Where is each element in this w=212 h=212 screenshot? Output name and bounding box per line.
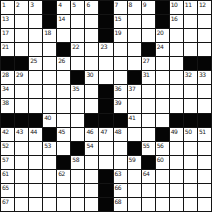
clue-number: 31 <box>143 71 150 78</box>
grid-cell[interactable] <box>85 57 98 70</box>
grid-cell[interactable]: 20 <box>156 29 169 42</box>
grid-cell[interactable] <box>170 156 183 169</box>
grid-cell[interactable]: 60 <box>156 156 169 169</box>
clue-number: 28 <box>2 71 9 78</box>
grid-cell[interactable]: 54 <box>85 142 98 155</box>
black-cell <box>71 71 84 84</box>
grid-cell[interactable] <box>198 99 211 112</box>
grid-cell[interactable] <box>128 128 141 141</box>
grid-cell[interactable] <box>15 198 28 211</box>
grid-cell[interactable] <box>29 142 42 155</box>
clue-number: 32 <box>185 71 192 78</box>
grid-cell[interactable] <box>29 99 42 112</box>
black-cell <box>184 57 197 70</box>
grid-cell[interactable]: 24 <box>156 43 169 56</box>
grid-cell[interactable] <box>43 198 56 211</box>
grid-cell[interactable]: 39 <box>114 99 127 112</box>
clue-number: 14 <box>58 15 65 22</box>
grid-cell[interactable] <box>15 156 28 169</box>
grid-cell[interactable] <box>57 142 70 155</box>
grid-cell[interactable] <box>71 99 84 112</box>
grid-cell[interactable]: 61 <box>1 170 14 183</box>
clue-number: 7 <box>115 1 118 8</box>
black-cell <box>57 43 70 56</box>
grid-cell[interactable] <box>15 99 28 112</box>
grid-cell[interactable] <box>184 142 197 155</box>
black-cell <box>43 128 56 141</box>
grid-cell[interactable]: 47 <box>99 128 112 141</box>
grid-cell[interactable] <box>142 184 155 197</box>
grid-cell[interactable] <box>57 114 70 127</box>
grid-cell[interactable] <box>198 29 211 42</box>
clue-number: 10 <box>171 1 178 8</box>
grid-cell[interactable]: 14 <box>57 15 70 28</box>
grid-cell[interactable]: 31 <box>142 71 155 84</box>
grid-cell[interactable] <box>142 198 155 211</box>
grid-cell[interactable] <box>156 57 169 70</box>
clue-number: 26 <box>58 57 65 64</box>
clue-number: 56 <box>157 142 164 149</box>
clue-number: 39 <box>115 99 122 106</box>
grid-cell[interactable] <box>43 43 56 56</box>
grid-cell[interactable] <box>57 85 70 98</box>
clue-number: 68 <box>115 198 122 205</box>
black-cell <box>198 57 211 70</box>
grid-cell[interactable]: 15 <box>114 15 127 28</box>
clue-number: 25 <box>30 57 37 64</box>
clue-number: 5 <box>72 1 75 8</box>
clue-number: 15 <box>115 15 122 22</box>
grid-cell[interactable] <box>43 170 56 183</box>
clue-number: 20 <box>157 29 164 36</box>
grid-cell[interactable]: 57 <box>1 156 14 169</box>
black-cell <box>156 128 169 141</box>
clue-number: 13 <box>2 15 9 22</box>
grid-cell[interactable] <box>170 99 183 112</box>
grid-cell[interactable] <box>198 184 211 197</box>
grid-cell[interactable]: 21 <box>1 43 14 56</box>
grid-cell[interactable] <box>170 29 183 42</box>
grid-cell[interactable] <box>29 85 42 98</box>
grid-cell[interactable]: 50 <box>184 128 197 141</box>
grid-cell[interactable] <box>43 85 56 98</box>
grid-cell[interactable] <box>57 184 70 197</box>
grid-cell[interactable]: 55 <box>142 142 155 155</box>
grid-cell[interactable] <box>29 29 42 42</box>
clue-number: 9 <box>143 1 146 8</box>
grid-cell[interactable]: 62 <box>57 170 70 183</box>
grid-cell[interactable] <box>43 71 56 84</box>
clue-number: 43 <box>16 128 23 135</box>
clue-number: 23 <box>100 43 107 50</box>
clue-number: 35 <box>72 85 79 92</box>
grid-cell[interactable] <box>71 198 84 211</box>
grid-cell[interactable]: 37 <box>128 85 141 98</box>
grid-cell[interactable] <box>85 170 98 183</box>
grid-cell[interactable] <box>114 43 127 56</box>
grid-cell[interactable] <box>198 43 211 56</box>
clue-number: 62 <box>58 170 65 177</box>
clue-number: 61 <box>2 170 9 177</box>
black-cell <box>99 114 112 127</box>
black-cell <box>43 1 56 14</box>
clue-number: 24 <box>157 43 164 50</box>
black-cell <box>29 114 42 127</box>
clue-number: 59 <box>129 156 136 163</box>
grid-cell[interactable]: 64 <box>142 170 155 183</box>
grid-cell[interactable]: 43 <box>15 128 28 141</box>
grid-cell[interactable] <box>142 114 155 127</box>
clue-number: 40 <box>44 114 51 121</box>
grid-cell[interactable]: 34 <box>1 85 14 98</box>
grid-cell[interactable] <box>29 15 42 28</box>
grid-cell[interactable]: 49 <box>170 128 183 141</box>
grid-cell[interactable] <box>29 71 42 84</box>
grid-cell[interactable] <box>198 15 211 28</box>
grid-cell[interactable] <box>15 29 28 42</box>
clue-number: 36 <box>115 85 122 92</box>
grid-cell[interactable] <box>184 15 197 28</box>
black-cell <box>184 114 197 127</box>
grid-cell[interactable]: 10 <box>170 1 183 14</box>
grid-cell[interactable] <box>128 43 141 56</box>
grid-cell[interactable]: 3 <box>29 1 42 14</box>
grid-cell[interactable]: 35 <box>71 85 84 98</box>
grid-cell[interactable] <box>114 57 127 70</box>
grid-cell[interactable] <box>15 142 28 155</box>
grid-cell[interactable] <box>114 142 127 155</box>
grid-cell[interactable] <box>85 29 98 42</box>
grid-cell[interactable] <box>198 198 211 211</box>
black-cell <box>128 142 141 155</box>
grid-cell[interactable]: 58 <box>71 156 84 169</box>
grid-cell[interactable] <box>142 128 155 141</box>
clue-number: 46 <box>86 128 93 135</box>
clue-number: 22 <box>72 43 79 50</box>
grid-cell[interactable] <box>15 15 28 28</box>
grid-cell[interactable]: 1 <box>1 1 14 14</box>
grid-cell[interactable] <box>156 114 169 127</box>
grid-cell[interactable] <box>29 198 42 211</box>
grid-cell[interactable]: 23 <box>99 43 112 56</box>
grid-cell[interactable] <box>57 71 70 84</box>
grid-cell[interactable] <box>43 57 56 70</box>
clue-number: 65 <box>2 184 9 191</box>
grid-cell[interactable] <box>170 198 183 211</box>
black-cell <box>99 184 112 197</box>
grid-cell[interactable] <box>29 43 42 56</box>
grid-cell[interactable] <box>57 198 70 211</box>
clue-number: 38 <box>2 99 9 106</box>
grid-cell[interactable] <box>99 142 112 155</box>
grid-cell[interactable] <box>57 29 70 42</box>
grid-cell[interactable] <box>128 99 141 112</box>
grid-cell[interactable] <box>184 85 197 98</box>
grid-cell[interactable]: 33 <box>198 71 211 84</box>
black-cell <box>43 15 56 28</box>
grid-cell[interactable] <box>29 184 42 197</box>
black-cell <box>99 15 112 28</box>
clue-number: 2 <box>16 1 19 8</box>
black-cell <box>128 71 141 84</box>
clue-number: 47 <box>100 128 107 135</box>
grid-cell[interactable]: 40 <box>43 114 56 127</box>
grid-cell[interactable] <box>198 170 211 183</box>
grid-cell[interactable]: 59 <box>128 156 141 169</box>
grid-cell[interactable] <box>142 29 155 42</box>
grid-cell[interactable] <box>71 128 84 141</box>
clue-number: 41 <box>129 114 136 121</box>
grid-cell[interactable] <box>114 71 127 84</box>
grid-cell[interactable] <box>99 156 112 169</box>
grid-cell[interactable] <box>170 71 183 84</box>
grid-cell[interactable] <box>170 142 183 155</box>
grid-cell[interactable] <box>71 29 84 42</box>
clue-number: 16 <box>171 15 178 22</box>
clue-number: 33 <box>199 71 206 78</box>
grid-cell[interactable]: 28 <box>1 71 14 84</box>
grid-cell[interactable] <box>85 15 98 28</box>
clue-number: 45 <box>58 128 65 135</box>
black-cell <box>71 142 84 155</box>
grid-cell[interactable] <box>43 99 56 112</box>
grid-cell[interactable] <box>184 43 197 56</box>
clue-number: 53 <box>44 142 51 149</box>
black-cell <box>99 29 112 42</box>
grid-cell[interactable]: 46 <box>85 128 98 141</box>
black-cell <box>15 114 28 127</box>
clue-number: 48 <box>115 128 122 135</box>
black-cell <box>1 57 14 70</box>
grid-cell[interactable]: 67 <box>1 198 14 211</box>
grid-cell[interactable]: 12 <box>198 1 211 14</box>
grid-cell[interactable] <box>198 156 211 169</box>
grid-cell[interactable] <box>85 99 98 112</box>
grid-cell[interactable] <box>43 184 56 197</box>
grid-cell[interactable]: 63 <box>114 170 127 183</box>
grid-cell[interactable] <box>156 198 169 211</box>
grid-cell[interactable]: 13 <box>1 15 14 28</box>
grid-cell[interactable] <box>156 184 169 197</box>
grid-cell[interactable]: 65 <box>1 184 14 197</box>
black-cell <box>99 198 112 211</box>
grid-cell[interactable] <box>57 99 70 112</box>
clue-number: 34 <box>2 85 9 92</box>
grid-cell[interactable] <box>128 15 141 28</box>
grid-cell[interactable] <box>128 170 141 183</box>
grid-cell[interactable] <box>71 184 84 197</box>
grid-cell[interactable]: 9 <box>142 1 155 14</box>
grid-cell[interactable] <box>184 170 197 183</box>
grid-cell[interactable] <box>99 71 112 84</box>
grid-cell[interactable] <box>15 43 28 56</box>
grid-cell[interactable] <box>29 156 42 169</box>
grid-cell[interactable] <box>156 71 169 84</box>
grid-cell[interactable] <box>85 43 98 56</box>
clue-number: 60 <box>157 156 164 163</box>
black-cell <box>156 15 169 28</box>
clue-number: 67 <box>2 198 9 205</box>
clue-number: 37 <box>129 85 136 92</box>
black-cell <box>57 156 70 169</box>
grid-cell[interactable]: 16 <box>170 15 183 28</box>
clue-number: 12 <box>199 1 206 8</box>
grid-cell[interactable]: 32 <box>184 71 197 84</box>
clue-number: 6 <box>86 1 89 8</box>
clue-number: 4 <box>58 1 61 8</box>
grid-cell[interactable]: 29 <box>15 71 28 84</box>
grid-cell[interactable] <box>184 99 197 112</box>
grid-cell[interactable]: 36 <box>114 85 127 98</box>
grid-cell[interactable] <box>184 184 197 197</box>
grid-cell[interactable] <box>170 57 183 70</box>
clue-number: 29 <box>16 71 23 78</box>
clue-number: 11 <box>185 1 192 8</box>
grid-cell[interactable]: 53 <box>43 142 56 155</box>
grid-cell[interactable] <box>99 57 112 70</box>
grid-cell[interactable] <box>142 99 155 112</box>
grid-cell[interactable]: 52 <box>1 142 14 155</box>
black-cell <box>198 114 211 127</box>
clue-number: 66 <box>115 184 122 191</box>
grid-cell[interactable] <box>184 156 197 169</box>
grid-cell[interactable] <box>29 170 42 183</box>
grid-cell[interactable] <box>128 57 141 70</box>
clue-number: 21 <box>2 43 9 50</box>
grid-cell[interactable]: 44 <box>29 128 42 141</box>
clue-number: 63 <box>115 170 122 177</box>
grid-cell[interactable] <box>142 15 155 28</box>
clue-number: 55 <box>143 142 150 149</box>
grid-cell[interactable] <box>71 15 84 28</box>
clue-number: 19 <box>115 29 122 36</box>
grid-cell[interactable]: 7 <box>114 1 127 14</box>
grid-cell[interactable]: 4 <box>57 1 70 14</box>
grid-cell[interactable]: 48 <box>114 128 127 141</box>
black-cell <box>99 85 112 98</box>
clue-number: 57 <box>2 156 9 163</box>
grid-cell[interactable] <box>15 170 28 183</box>
black-cell <box>15 57 28 70</box>
clue-number: 58 <box>72 156 79 163</box>
grid-cell[interactable] <box>170 43 183 56</box>
grid-cell[interactable]: 25 <box>29 57 42 70</box>
grid-cell[interactable] <box>170 85 183 98</box>
grid-cell[interactable] <box>156 170 169 183</box>
grid-cell[interactable]: 22 <box>71 43 84 56</box>
grid-cell[interactable] <box>156 85 169 98</box>
clue-number: 50 <box>185 128 192 135</box>
black-cell <box>85 114 98 127</box>
grid-cell[interactable]: 51 <box>198 128 211 141</box>
black-cell <box>114 114 127 127</box>
grid-cell[interactable]: 38 <box>1 99 14 112</box>
clue-number: 44 <box>30 128 37 135</box>
clue-number: 49 <box>171 128 178 135</box>
grid-cell[interactable]: 41 <box>128 114 141 127</box>
grid-cell[interactable] <box>15 184 28 197</box>
grid-cell[interactable] <box>71 114 84 127</box>
clue-number: 30 <box>86 71 93 78</box>
crossword-grid: 1234567891011121314151617181920212223242… <box>0 0 212 212</box>
grid-cell[interactable] <box>85 198 98 211</box>
clue-number: 64 <box>143 170 150 177</box>
grid-cell[interactable]: 18 <box>43 29 56 42</box>
grid-cell[interactable]: 2 <box>15 1 28 14</box>
grid-cell[interactable] <box>198 142 211 155</box>
grid-cell[interactable]: 8 <box>128 1 141 14</box>
grid-cell[interactable] <box>71 57 84 70</box>
grid-cell[interactable] <box>184 29 197 42</box>
black-cell <box>99 170 112 183</box>
grid-cell[interactable] <box>85 156 98 169</box>
clue-number: 1 <box>2 1 5 8</box>
black-cell <box>99 1 112 14</box>
grid-cell[interactable] <box>114 156 127 169</box>
clue-number: 3 <box>30 1 33 8</box>
clue-number: 52 <box>2 142 9 149</box>
grid-cell[interactable]: 26 <box>57 57 70 70</box>
black-cell <box>142 156 155 169</box>
clue-number: 18 <box>44 29 51 36</box>
clue-number: 8 <box>129 1 132 8</box>
grid-cell[interactable] <box>170 170 183 183</box>
grid-cell[interactable]: 66 <box>114 184 127 197</box>
grid-cell[interactable]: 11 <box>184 1 197 14</box>
grid-cell[interactable] <box>85 184 98 197</box>
grid-cell[interactable]: 6 <box>85 1 98 14</box>
black-cell <box>142 43 155 56</box>
grid-cell[interactable]: 19 <box>114 29 127 42</box>
grid-cell[interactable]: 30 <box>85 71 98 84</box>
black-cell <box>156 1 169 14</box>
grid-cell[interactable] <box>71 170 84 183</box>
clue-number: 51 <box>199 128 206 135</box>
black-cell <box>99 99 112 112</box>
grid-cell[interactable] <box>15 85 28 98</box>
clue-number: 17 <box>2 29 9 36</box>
grid-cell[interactable] <box>170 184 183 197</box>
grid-cell[interactable] <box>43 156 56 169</box>
grid-cell[interactable]: 56 <box>156 142 169 155</box>
grid-cell[interactable] <box>85 85 98 98</box>
grid-cell[interactable] <box>198 85 211 98</box>
grid-cell[interactable] <box>128 29 141 42</box>
grid-cell[interactable] <box>128 184 141 197</box>
grid-cell[interactable] <box>156 99 169 112</box>
grid-cell[interactable]: 27 <box>142 57 155 70</box>
grid-cell[interactable] <box>142 85 155 98</box>
grid-cell[interactable] <box>184 198 197 211</box>
grid-cell[interactable]: 68 <box>114 198 127 211</box>
clue-number: 42 <box>2 128 9 135</box>
black-cell <box>1 114 14 127</box>
grid-cell[interactable]: 5 <box>71 1 84 14</box>
black-cell <box>170 114 183 127</box>
clue-number: 54 <box>86 142 93 149</box>
grid-cell[interactable] <box>128 198 141 211</box>
grid-cell[interactable]: 17 <box>1 29 14 42</box>
grid-cell[interactable]: 42 <box>1 128 14 141</box>
grid-cell[interactable]: 45 <box>57 128 70 141</box>
clue-number: 27 <box>143 57 150 64</box>
